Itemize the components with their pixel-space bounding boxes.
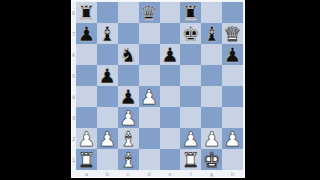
square-b2[interactable]: ♟ [97, 128, 118, 149]
file-label-b: b [97, 170, 118, 178]
square-f8[interactable]: ♜ [180, 2, 201, 23]
white-pawn-g2: ♟ [203, 128, 221, 148]
file-labels: abcdefgh [76, 170, 243, 178]
square-b7[interactable]: ♝ [97, 23, 118, 44]
white-rook-a1: ♜ [77, 149, 95, 169]
white-bishop-c2: ♝ [119, 128, 137, 148]
square-b6[interactable] [97, 44, 118, 65]
square-f6[interactable] [180, 44, 201, 65]
square-a2[interactable]: ♟ [76, 128, 97, 149]
file-label-d: d [139, 170, 160, 178]
square-e7[interactable] [160, 23, 181, 44]
square-g1[interactable]: ♚ [201, 149, 222, 170]
square-a5[interactable] [76, 65, 97, 86]
white-king-g1: ♚ [203, 149, 221, 169]
square-c8[interactable] [118, 2, 139, 23]
square-h1[interactable] [222, 149, 243, 170]
square-c6[interactable]: ♞ [118, 44, 139, 65]
square-g5[interactable] [201, 65, 222, 86]
chess-board[interactable]: ♜♛♜♟♝♚♝♛♞♟♟♟♟♟♟♟♟♝♟♟♟♜♝♜♚ [76, 2, 243, 170]
square-c2[interactable]: ♝ [118, 128, 139, 149]
file-label-g: g [201, 170, 222, 178]
black-knight-c6: ♞ [119, 44, 137, 64]
white-pawn-a2: ♟ [77, 128, 95, 148]
black-queen-d8: ♛ [140, 2, 158, 22]
square-d4[interactable]: ♟ [139, 86, 160, 107]
square-g4[interactable] [201, 86, 222, 107]
black-bishop-g7: ♝ [203, 23, 221, 43]
square-f5[interactable] [180, 65, 201, 86]
square-b8[interactable] [97, 2, 118, 23]
square-f3[interactable] [180, 107, 201, 128]
file-label-e: e [160, 170, 181, 178]
square-b5[interactable]: ♟ [97, 65, 118, 86]
square-d1[interactable] [139, 149, 160, 170]
square-h5[interactable] [222, 65, 243, 86]
file-label-c: c [118, 170, 139, 178]
square-d8[interactable]: ♛ [139, 2, 160, 23]
square-g3[interactable] [201, 107, 222, 128]
white-pawn-b2: ♟ [98, 128, 116, 148]
square-a8[interactable]: ♜ [76, 2, 97, 23]
black-rook-f8: ♜ [182, 2, 200, 22]
square-e3[interactable] [160, 107, 181, 128]
square-b1[interactable] [97, 149, 118, 170]
square-d6[interactable] [139, 44, 160, 65]
square-b3[interactable] [97, 107, 118, 128]
square-d7[interactable] [139, 23, 160, 44]
square-h4[interactable] [222, 86, 243, 107]
white-bishop-c1: ♝ [119, 149, 137, 169]
white-pawn-f2: ♟ [182, 128, 200, 148]
square-f4[interactable] [180, 86, 201, 107]
square-e1[interactable] [160, 149, 181, 170]
square-d3[interactable] [139, 107, 160, 128]
square-c1[interactable]: ♝ [118, 149, 139, 170]
black-pawn-c4: ♟ [119, 86, 137, 106]
black-pawn-b5: ♟ [98, 65, 116, 85]
square-a7[interactable]: ♟ [76, 23, 97, 44]
letterbox-right [245, 0, 320, 180]
square-a4[interactable] [76, 86, 97, 107]
square-h7[interactable]: ♛ [222, 23, 243, 44]
file-label-h: h [222, 170, 243, 178]
black-bishop-b7: ♝ [98, 23, 116, 43]
square-h3[interactable] [222, 107, 243, 128]
square-e6[interactable]: ♟ [160, 44, 181, 65]
square-e2[interactable] [160, 128, 181, 149]
square-g8[interactable] [201, 2, 222, 23]
black-pawn-e6: ♟ [161, 44, 179, 64]
square-h6[interactable]: ♟ [222, 44, 243, 65]
square-c7[interactable] [118, 23, 139, 44]
square-e5[interactable] [160, 65, 181, 86]
white-pawn-d4: ♟ [140, 86, 158, 106]
square-e8[interactable] [160, 2, 181, 23]
square-e4[interactable] [160, 86, 181, 107]
white-pawn-c3: ♟ [119, 107, 137, 127]
black-pawn-h6: ♟ [224, 44, 242, 64]
square-a1[interactable]: ♜ [76, 149, 97, 170]
black-pawn-a7: ♟ [77, 23, 95, 43]
square-c3[interactable]: ♟ [118, 107, 139, 128]
square-a3[interactable] [76, 107, 97, 128]
square-d2[interactable] [139, 128, 160, 149]
file-label-a: a [76, 170, 97, 178]
letterbox-left [0, 0, 71, 180]
white-pawn-h2: ♟ [224, 128, 242, 148]
square-c4[interactable]: ♟ [118, 86, 139, 107]
square-a6[interactable] [76, 44, 97, 65]
board-frame: 87654321 ♜♛♜♟♝♚♝♛♞♟♟♟♟♟♟♟♟♝♟♟♟♜♝♜♚ abcde… [71, 0, 245, 178]
square-f2[interactable]: ♟ [180, 128, 201, 149]
square-c5[interactable] [118, 65, 139, 86]
square-h8[interactable] [222, 2, 243, 23]
square-g7[interactable]: ♝ [201, 23, 222, 44]
square-g6[interactable] [201, 44, 222, 65]
square-f1[interactable]: ♜ [180, 149, 201, 170]
square-d5[interactable] [139, 65, 160, 86]
square-g2[interactable]: ♟ [201, 128, 222, 149]
square-f7[interactable]: ♚ [180, 23, 201, 44]
square-h2[interactable]: ♟ [222, 128, 243, 149]
black-king-f7: ♚ [182, 23, 200, 43]
white-queen-h7: ♛ [224, 23, 242, 43]
black-rook-a8: ♜ [77, 2, 95, 22]
square-b4[interactable] [97, 86, 118, 107]
white-rook-f1: ♜ [182, 149, 200, 169]
file-label-f: f [180, 170, 201, 178]
screenshot-stage: 87654321 ♜♛♜♟♝♚♝♛♞♟♟♟♟♟♟♟♟♝♟♟♟♜♝♜♚ abcde… [0, 0, 320, 180]
